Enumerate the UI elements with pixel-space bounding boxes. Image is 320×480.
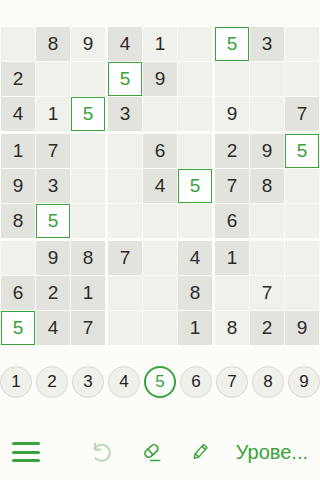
sudoku-cell-r3c9[interactable]: 7: [285, 97, 319, 131]
sudoku-cell-r6c2[interactable]: 5: [36, 204, 70, 238]
sudoku-cell-r9c4[interactable]: [108, 311, 142, 345]
number-button-2[interactable]: 2: [36, 366, 68, 398]
sudoku-cell-r9c8[interactable]: 2: [250, 311, 284, 345]
sudoku-cell-r4c3[interactable]: [71, 134, 105, 168]
number-button-9[interactable]: 9: [288, 366, 320, 398]
sudoku-cell-r9c9[interactable]: 9: [285, 311, 319, 345]
sudoku-cell-r5c4[interactable]: [108, 169, 142, 203]
sudoku-board: 892415 41593 5397 179385 645 295786 9862…: [1, 27, 319, 345]
sudoku-box-3: 5397: [215, 27, 319, 131]
menu-bar: [12, 451, 40, 454]
sudoku-cell-r1c3[interactable]: 9: [71, 27, 105, 61]
sudoku-box-1: 892415: [1, 27, 105, 131]
sudoku-cell-r9c6[interactable]: 1: [178, 311, 212, 345]
sudoku-cell-r5c2[interactable]: 3: [36, 169, 70, 203]
sudoku-cell-r7c2[interactable]: 9: [36, 241, 70, 275]
sudoku-cell-r1c4[interactable]: 4: [108, 27, 142, 61]
sudoku-cell-r8c6[interactable]: 8: [178, 276, 212, 310]
sudoku-cell-r1c8[interactable]: 3: [250, 27, 284, 61]
sudoku-box-5: 645: [108, 134, 212, 238]
sudoku-cell-r3c1[interactable]: 4: [1, 97, 35, 131]
sudoku-cell-r1c1[interactable]: [1, 27, 35, 61]
level-button[interactable]: Урове...: [236, 441, 308, 464]
number-button-3[interactable]: 3: [72, 366, 104, 398]
sudoku-cell-r2c6[interactable]: [178, 62, 212, 96]
sudoku-cell-r4c1[interactable]: 1: [1, 134, 35, 168]
sudoku-cell-r2c2[interactable]: [36, 62, 70, 96]
sudoku-box-7: 98621547: [1, 241, 105, 345]
sudoku-cell-r2c7[interactable]: [215, 62, 249, 96]
sudoku-cell-r7c9[interactable]: [285, 241, 319, 275]
sudoku-cell-r6c7[interactable]: 6: [215, 204, 249, 238]
undo-icon[interactable]: [88, 439, 114, 465]
bottom-toolbar: Урове...: [0, 432, 320, 472]
sudoku-cell-r1c2[interactable]: 8: [36, 27, 70, 61]
sudoku-cell-r2c5[interactable]: 9: [143, 62, 177, 96]
sudoku-cell-r5c3[interactable]: [71, 169, 105, 203]
sudoku-cell-r8c2[interactable]: 2: [36, 276, 70, 310]
number-picker: 123456789: [0, 366, 320, 398]
sudoku-cell-r3c7[interactable]: 9: [215, 97, 249, 131]
number-button-4[interactable]: 4: [108, 366, 140, 398]
sudoku-cell-r7c3[interactable]: 8: [71, 241, 105, 275]
number-button-8[interactable]: 8: [252, 366, 284, 398]
toolbar-actions: Урове...: [88, 439, 308, 465]
sudoku-cell-r3c4[interactable]: 3: [108, 97, 142, 131]
pencil-icon[interactable]: [188, 439, 212, 465]
sudoku-cell-r4c8[interactable]: 9: [250, 134, 284, 168]
sudoku-cell-r8c3[interactable]: 1: [71, 276, 105, 310]
number-button-5[interactable]: 5: [144, 366, 176, 398]
sudoku-cell-r3c6[interactable]: [178, 97, 212, 131]
sudoku-cell-r6c3[interactable]: [71, 204, 105, 238]
sudoku-cell-r2c8[interactable]: [250, 62, 284, 96]
sudoku-box-9: 17829: [215, 241, 319, 345]
sudoku-cell-r8c7[interactable]: [215, 276, 249, 310]
sudoku-box-8: 7481: [108, 241, 212, 345]
sudoku-cell-r9c1[interactable]: 5: [1, 311, 35, 345]
sudoku-cell-r4c2[interactable]: 7: [36, 134, 70, 168]
sudoku-cell-r5c1[interactable]: 9: [1, 169, 35, 203]
sudoku-cell-r4c6[interactable]: [178, 134, 212, 168]
sudoku-cell-r7c5[interactable]: [143, 241, 177, 275]
sudoku-cell-r7c7[interactable]: 1: [215, 241, 249, 275]
sudoku-cell-r5c7[interactable]: 7: [215, 169, 249, 203]
sudoku-cell-r6c9[interactable]: [285, 204, 319, 238]
sudoku-cell-r4c9[interactable]: 5: [285, 134, 319, 168]
sudoku-cell-r6c6[interactable]: [178, 204, 212, 238]
sudoku-cell-r4c4[interactable]: [108, 134, 142, 168]
sudoku-cell-r3c5[interactable]: [143, 97, 177, 131]
sudoku-cell-r1c6[interactable]: [178, 27, 212, 61]
sudoku-cell-r7c4[interactable]: 7: [108, 241, 142, 275]
sudoku-cell-r1c9[interactable]: [285, 27, 319, 61]
sudoku-box-6: 295786: [215, 134, 319, 238]
sudoku-cell-r5c6[interactable]: 5: [178, 169, 212, 203]
sudoku-cell-r8c9[interactable]: [285, 276, 319, 310]
sudoku-cell-r4c5[interactable]: 6: [143, 134, 177, 168]
number-button-1[interactable]: 1: [0, 366, 32, 398]
sudoku-box-4: 179385: [1, 134, 105, 238]
sudoku-cell-r6c4[interactable]: [108, 204, 142, 238]
sudoku-cell-r7c8[interactable]: [250, 241, 284, 275]
sudoku-cell-r9c5[interactable]: [143, 311, 177, 345]
sudoku-cell-r2c4[interactable]: 5: [108, 62, 142, 96]
sudoku-cell-r3c2[interactable]: 1: [36, 97, 70, 131]
eraser-icon[interactable]: [138, 439, 164, 465]
sudoku-cell-r6c5[interactable]: [143, 204, 177, 238]
sudoku-cell-r7c6[interactable]: 4: [178, 241, 212, 275]
sudoku-cell-r5c5[interactable]: 4: [143, 169, 177, 203]
sudoku-box-2: 41593: [108, 27, 212, 131]
sudoku-cell-r4c7[interactable]: 2: [215, 134, 249, 168]
menu-icon[interactable]: [12, 442, 40, 462]
sudoku-cell-r1c7[interactable]: 5: [215, 27, 249, 61]
sudoku-cell-r9c3[interactable]: 7: [71, 311, 105, 345]
sudoku-cell-r8c8[interactable]: 7: [250, 276, 284, 310]
sudoku-cell-r3c3[interactable]: 5: [71, 97, 105, 131]
sudoku-cell-r9c2[interactable]: 4: [36, 311, 70, 345]
sudoku-cell-r5c9[interactable]: [285, 169, 319, 203]
sudoku-cell-r2c3[interactable]: [71, 62, 105, 96]
sudoku-cell-r2c1[interactable]: 2: [1, 62, 35, 96]
sudoku-cell-r1c5[interactable]: 1: [143, 27, 177, 61]
number-button-7[interactable]: 7: [216, 366, 248, 398]
sudoku-cell-r7c1[interactable]: [1, 241, 35, 275]
sudoku-cell-r6c8[interactable]: [250, 204, 284, 238]
sudoku-cell-r8c4[interactable]: [108, 276, 142, 310]
menu-bar: [12, 459, 40, 462]
sudoku-cell-r3c8[interactable]: [250, 97, 284, 131]
sudoku-cell-r6c1[interactable]: 8: [1, 204, 35, 238]
number-button-6[interactable]: 6: [180, 366, 212, 398]
sudoku-cell-r8c5[interactable]: [143, 276, 177, 310]
sudoku-cell-r9c7[interactable]: 8: [215, 311, 249, 345]
sudoku-cell-r5c8[interactable]: 8: [250, 169, 284, 203]
sudoku-cell-r2c9[interactable]: [285, 62, 319, 96]
menu-bar: [12, 442, 40, 445]
sudoku-cell-r8c1[interactable]: 6: [1, 276, 35, 310]
